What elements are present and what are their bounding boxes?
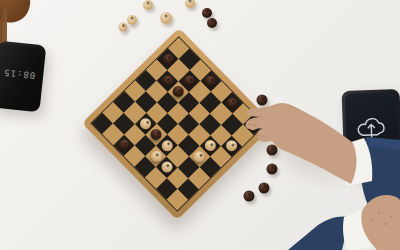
shirt-cuff-lower [343, 206, 385, 250]
table-piece-dark[interactable] [267, 164, 278, 175]
table-piece-light[interactable] [185, 0, 195, 8]
right-phone [342, 89, 400, 175]
photo-scene: 08:15 [0, 0, 400, 250]
suit-sleeve-lower [288, 216, 350, 250]
lower-hand [361, 195, 400, 250]
table-piece-light[interactable] [127, 15, 137, 25]
clock-text: 08:15 [0, 67, 41, 81]
table-piece-dark[interactable] [244, 191, 255, 202]
table-piece-dark[interactable] [202, 8, 212, 18]
table-piece-dark[interactable] [267, 145, 278, 156]
table-piece-light[interactable] [143, 0, 153, 10]
table-piece-light[interactable] [160, 12, 172, 24]
left-phone-screen: 08:15 [0, 44, 43, 109]
left-phone: 08:15 [0, 41, 46, 113]
table-piece-dark[interactable] [259, 183, 270, 194]
right-phone-screen [345, 92, 400, 172]
table-piece-dark[interactable] [257, 95, 268, 106]
table-piece-light[interactable] [119, 23, 128, 32]
table-piece-dark[interactable] [278, 107, 289, 118]
board-grid [90, 36, 265, 211]
cloud-sync-icon [354, 114, 389, 141]
screen-button-line [366, 157, 380, 159]
table-piece-dark[interactable] [207, 18, 217, 28]
icon-caption-line [360, 147, 386, 150]
